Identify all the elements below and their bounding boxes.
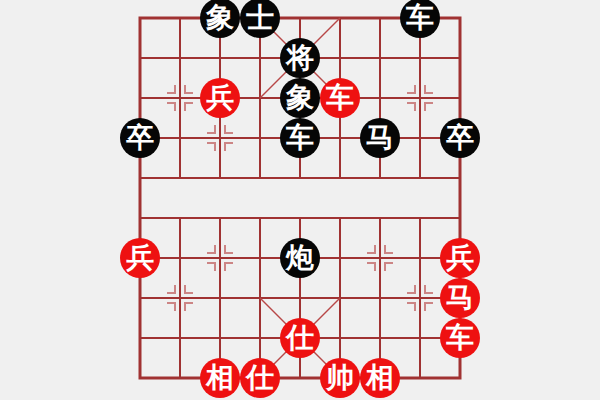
piece-black-horse-g7[interactable]: 马 xyxy=(360,118,400,158)
piece-red-advisor-e2[interactable]: 仕 xyxy=(280,318,320,358)
piece-red-soldier-i4[interactable]: 兵 xyxy=(440,238,480,278)
piece-red-soldier-c8[interactable]: 兵 xyxy=(200,78,240,118)
piece-red-soldier-a4[interactable]: 兵 xyxy=(120,238,160,278)
piece-red-chariot-f8[interactable]: 车 xyxy=(320,78,360,118)
piece-red-advisor-d1[interactable]: 仕 xyxy=(240,358,280,398)
board-intersections[interactable]: 象士车将兵象车卒车马卒兵炮兵马仕车相仕帅相 xyxy=(120,0,480,398)
piece-black-chariot-h10[interactable]: 车 xyxy=(400,0,440,38)
piece-red-king-f1[interactable]: 帅 xyxy=(320,358,360,398)
piece-red-elephant-c1[interactable]: 相 xyxy=(200,358,240,398)
piece-black-elephant-e8[interactable]: 象 xyxy=(280,78,320,118)
piece-black-advisor-d10[interactable]: 士 xyxy=(240,0,280,38)
piece-black-soldier-i7[interactable]: 卒 xyxy=(440,118,480,158)
piece-red-horse-i3[interactable]: 马 xyxy=(440,278,480,318)
piece-black-king-e9[interactable]: 将 xyxy=(280,38,320,78)
piece-red-elephant-g1[interactable]: 相 xyxy=(360,358,400,398)
piece-black-cannon-e4[interactable]: 炮 xyxy=(280,238,320,278)
piece-black-elephant-c10[interactable]: 象 xyxy=(200,0,240,38)
xiangqi-board: 象士车将兵象车卒车马卒兵炮兵马仕车相仕帅相 xyxy=(0,0,600,400)
piece-red-chariot-i2[interactable]: 车 xyxy=(440,318,480,358)
piece-black-chariot-e7[interactable]: 车 xyxy=(280,118,320,158)
piece-black-soldier-a7[interactable]: 卒 xyxy=(120,118,160,158)
